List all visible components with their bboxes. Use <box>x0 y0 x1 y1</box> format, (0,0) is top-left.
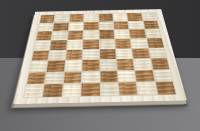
square-f8 <box>113 13 127 21</box>
square-h4 <box>149 48 167 58</box>
square-b5 <box>50 40 66 50</box>
square-d8 <box>84 14 98 22</box>
square-g4 <box>132 48 149 58</box>
square-f7 <box>114 21 129 29</box>
square-c5 <box>67 40 83 50</box>
square-h3 <box>151 58 170 69</box>
square-e3 <box>100 59 117 70</box>
square-h1 <box>155 82 175 95</box>
square-h6 <box>145 29 162 38</box>
square-g3 <box>134 59 152 70</box>
square-e4 <box>100 49 116 59</box>
square-a4 <box>32 50 49 60</box>
square-c2 <box>64 72 82 84</box>
square-a1 <box>24 85 44 98</box>
square-d2 <box>82 71 99 83</box>
square-f6 <box>114 30 130 39</box>
square-b2 <box>45 72 63 84</box>
square-c6 <box>68 31 83 40</box>
square-a5 <box>34 41 51 51</box>
square-g6 <box>130 29 146 38</box>
square-a6 <box>36 31 52 40</box>
square-h5 <box>147 38 164 47</box>
square-d1 <box>81 83 99 96</box>
square-c3 <box>65 60 82 71</box>
square-d3 <box>82 60 99 71</box>
square-a3 <box>29 61 47 72</box>
square-a7 <box>38 23 54 31</box>
square-c4 <box>66 50 82 60</box>
square-d5 <box>83 40 98 50</box>
square-e7 <box>99 22 114 30</box>
square-h8 <box>142 13 157 21</box>
square-g2 <box>135 70 154 82</box>
square-c7 <box>69 22 84 30</box>
product-photo <box>0 0 200 131</box>
square-f5 <box>115 39 131 49</box>
square-f3 <box>117 59 134 70</box>
square-a2 <box>27 72 46 84</box>
square-e1 <box>100 83 118 96</box>
square-e6 <box>99 30 114 39</box>
square-b1 <box>43 84 62 97</box>
square-a8 <box>40 15 55 23</box>
square-f1 <box>119 83 138 96</box>
square-g5 <box>131 39 148 48</box>
square-h7 <box>143 21 159 29</box>
square-d6 <box>83 30 98 39</box>
square-g1 <box>137 82 157 95</box>
board-grid <box>23 12 177 98</box>
square-b8 <box>55 15 70 23</box>
square-d7 <box>84 22 98 30</box>
square-e5 <box>99 39 115 49</box>
square-g7 <box>128 21 143 29</box>
square-b3 <box>47 61 65 72</box>
square-b6 <box>52 31 68 40</box>
square-d4 <box>83 49 99 59</box>
square-e8 <box>99 14 113 22</box>
square-g8 <box>127 13 142 21</box>
square-e2 <box>100 71 117 83</box>
square-b4 <box>49 50 66 60</box>
square-f4 <box>116 49 133 59</box>
square-f2 <box>118 70 136 82</box>
square-b7 <box>53 23 68 31</box>
board-rim <box>13 9 187 104</box>
square-h2 <box>153 70 173 82</box>
square-c1 <box>62 84 80 97</box>
square-c8 <box>69 14 83 22</box>
chess-board <box>13 9 187 104</box>
